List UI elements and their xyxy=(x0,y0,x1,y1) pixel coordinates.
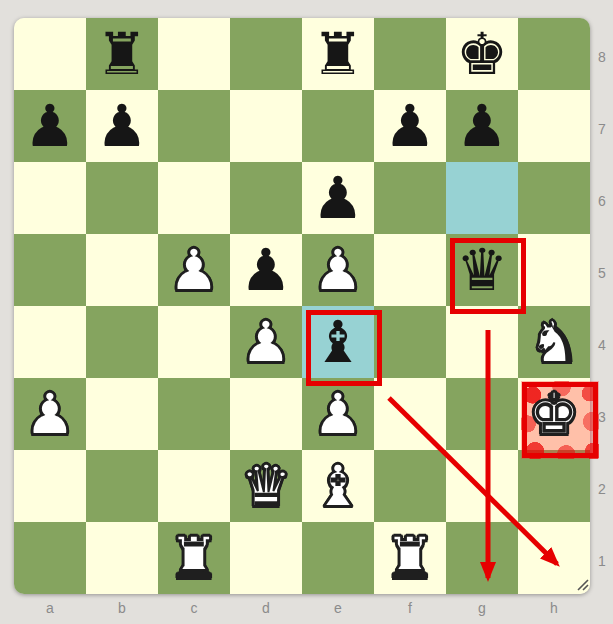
square-c1[interactable]: ♜ xyxy=(158,522,230,594)
piece-white-pawn-c5[interactable]: ♟ xyxy=(158,234,230,306)
square-h7[interactable] xyxy=(518,90,590,162)
square-h8[interactable] xyxy=(518,18,590,90)
square-c2[interactable] xyxy=(158,450,230,522)
square-a1[interactable] xyxy=(14,522,86,594)
square-a3[interactable]: ♟ xyxy=(14,378,86,450)
square-b7[interactable]: ♟ xyxy=(86,90,158,162)
square-b1[interactable] xyxy=(86,522,158,594)
piece-white-king-h3[interactable]: ♚ xyxy=(518,378,590,450)
square-f6[interactable] xyxy=(374,162,446,234)
rank-label-6: 6 xyxy=(593,165,611,237)
file-label-b: b xyxy=(86,600,158,618)
square-b3[interactable] xyxy=(86,378,158,450)
square-d5[interactable]: ♟ xyxy=(230,234,302,306)
file-label-g: g xyxy=(446,600,518,618)
square-h6[interactable] xyxy=(518,162,590,234)
square-c4[interactable] xyxy=(158,306,230,378)
square-b5[interactable] xyxy=(86,234,158,306)
square-a8[interactable] xyxy=(14,18,86,90)
piece-black-pawn-e6[interactable]: ♟ xyxy=(302,162,374,234)
square-a6[interactable] xyxy=(14,162,86,234)
file-label-h: h xyxy=(518,600,590,618)
square-e6[interactable]: ♟ xyxy=(302,162,374,234)
square-h4[interactable]: ♞ xyxy=(518,306,590,378)
square-b8[interactable]: ♜ xyxy=(86,18,158,90)
piece-black-pawn-g7[interactable]: ♟ xyxy=(446,90,518,162)
rank-label-1: 1 xyxy=(593,525,611,597)
square-f8[interactable] xyxy=(374,18,446,90)
page: { "game": "chess", "position": { "fen": … xyxy=(0,0,613,624)
square-e7[interactable] xyxy=(302,90,374,162)
piece-white-rook-f1[interactable]: ♜ xyxy=(374,522,446,594)
square-g5[interactable]: ♛ xyxy=(446,234,518,306)
square-f3[interactable] xyxy=(374,378,446,450)
rank-label-2: 2 xyxy=(593,453,611,525)
piece-black-rook-b8[interactable]: ♜ xyxy=(86,18,158,90)
square-g3[interactable] xyxy=(446,378,518,450)
rank-label-7: 7 xyxy=(593,93,611,165)
piece-white-pawn-e5[interactable]: ♟ xyxy=(302,234,374,306)
piece-black-queen-g5[interactable]: ♛ xyxy=(446,234,518,306)
square-d2[interactable]: ♛ xyxy=(230,450,302,522)
square-c3[interactable] xyxy=(158,378,230,450)
file-label-a: a xyxy=(14,600,86,618)
square-e4[interactable]: ♝ xyxy=(302,306,374,378)
square-e2[interactable]: ♝ xyxy=(302,450,374,522)
file-label-c: c xyxy=(158,600,230,618)
square-h5[interactable] xyxy=(518,234,590,306)
square-g6[interactable] xyxy=(446,162,518,234)
square-c6[interactable] xyxy=(158,162,230,234)
square-b2[interactable] xyxy=(86,450,158,522)
square-h3[interactable]: ♚ xyxy=(518,378,590,450)
square-d3[interactable] xyxy=(230,378,302,450)
piece-white-rook-c1[interactable]: ♜ xyxy=(158,522,230,594)
square-d7[interactable] xyxy=(230,90,302,162)
piece-black-pawn-a7[interactable]: ♟ xyxy=(14,90,86,162)
rank-label-5: 5 xyxy=(593,237,611,309)
piece-white-queen-d2[interactable]: ♛ xyxy=(230,450,302,522)
square-d1[interactable] xyxy=(230,522,302,594)
piece-black-bishop-e4[interactable]: ♝ xyxy=(302,306,374,378)
square-d6[interactable] xyxy=(230,162,302,234)
square-a4[interactable] xyxy=(14,306,86,378)
rank-label-8: 8 xyxy=(593,21,611,93)
square-e3[interactable]: ♟ xyxy=(302,378,374,450)
file-label-f: f xyxy=(374,600,446,618)
square-a5[interactable] xyxy=(14,234,86,306)
square-c8[interactable] xyxy=(158,18,230,90)
square-d8[interactable] xyxy=(230,18,302,90)
piece-white-knight-h4[interactable]: ♞ xyxy=(518,306,590,378)
square-f1[interactable]: ♜ xyxy=(374,522,446,594)
piece-white-bishop-e2[interactable]: ♝ xyxy=(302,450,374,522)
square-f2[interactable] xyxy=(374,450,446,522)
piece-white-pawn-a3[interactable]: ♟ xyxy=(14,378,86,450)
square-c7[interactable] xyxy=(158,90,230,162)
file-label-d: d xyxy=(230,600,302,618)
square-e1[interactable] xyxy=(302,522,374,594)
square-b6[interactable] xyxy=(86,162,158,234)
square-a7[interactable]: ♟ xyxy=(14,90,86,162)
square-e5[interactable]: ♟ xyxy=(302,234,374,306)
square-g1[interactable] xyxy=(446,522,518,594)
square-c5[interactable]: ♟ xyxy=(158,234,230,306)
square-f4[interactable] xyxy=(374,306,446,378)
piece-black-pawn-f7[interactable]: ♟ xyxy=(374,90,446,162)
chess-board: ♜♜♚♟♟♟♟♟♟♟♟♛♟♝♞♟♟♚♛♝♜♜ xyxy=(14,18,590,594)
piece-black-king-g8[interactable]: ♚ xyxy=(446,18,518,90)
square-e8[interactable]: ♜ xyxy=(302,18,374,90)
file-label-e: e xyxy=(302,600,374,618)
square-g8[interactable]: ♚ xyxy=(446,18,518,90)
square-f5[interactable] xyxy=(374,234,446,306)
rank-label-4: 4 xyxy=(593,309,611,381)
piece-white-pawn-e3[interactable]: ♟ xyxy=(302,378,374,450)
square-a2[interactable] xyxy=(14,450,86,522)
square-d4[interactable]: ♟ xyxy=(230,306,302,378)
square-b4[interactable] xyxy=(86,306,158,378)
square-g4[interactable] xyxy=(446,306,518,378)
piece-black-pawn-b7[interactable]: ♟ xyxy=(86,90,158,162)
square-h2[interactable] xyxy=(518,450,590,522)
square-g2[interactable] xyxy=(446,450,518,522)
piece-black-rook-e8[interactable]: ♜ xyxy=(302,18,374,90)
board-resize-handle[interactable] xyxy=(575,577,589,591)
square-g7[interactable]: ♟ xyxy=(446,90,518,162)
square-f7[interactable]: ♟ xyxy=(374,90,446,162)
rank-label-3: 3 xyxy=(593,381,611,453)
piece-black-pawn-d5[interactable]: ♟ xyxy=(230,234,302,306)
piece-white-pawn-d4[interactable]: ♟ xyxy=(230,306,302,378)
